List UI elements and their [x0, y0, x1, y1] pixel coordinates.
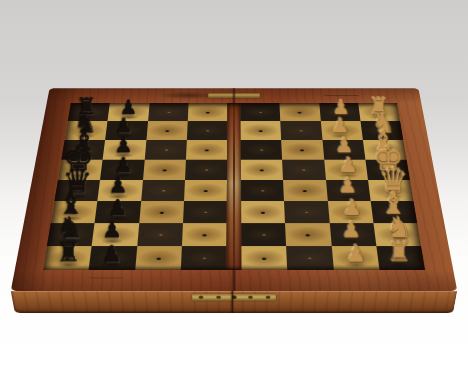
square-f3[interactable] — [281, 140, 323, 160]
white-pawn-glyph: ♟ — [332, 242, 380, 265]
square-f2[interactable] — [322, 140, 365, 160]
square-e5[interactable] — [185, 160, 227, 180]
box-top-face: ♜♟♟♜♞♟♟♞♝♟♟♝♚♟♟♚♛♟♟♛♝♟♟♝♞♟♟♞♜♟♟♜ — [11, 88, 458, 291]
chess-box: ♜♟♟♜♞♟♟♞♝♟♟♝♚♟♟♚♛♟♟♛♝♟♟♝♞♟♟♞♜♟♟♜ — [11, 88, 458, 291]
box-front-face — [11, 291, 458, 313]
square-h4[interactable] — [240, 103, 280, 121]
white-pawn-glyph: ♟ — [329, 197, 375, 219]
black-pawn-glyph: ♟ — [96, 175, 141, 196]
square-h1[interactable] — [358, 103, 400, 121]
square-g6[interactable] — [146, 121, 188, 140]
black-pawn-glyph: ♟ — [89, 219, 136, 241]
black-pawn-glyph: ♟ — [95, 197, 141, 219]
square-f6[interactable] — [144, 140, 186, 160]
square-h2[interactable] — [319, 103, 360, 121]
square-h8[interactable] — [68, 103, 110, 121]
square-e6[interactable] — [143, 160, 186, 180]
black-rook-glyph: ♜ — [45, 238, 93, 265]
fold-seam-top — [232, 88, 236, 103]
square-f1[interactable] — [363, 140, 407, 160]
square-g7[interactable] — [105, 121, 147, 140]
square-f7[interactable] — [103, 140, 146, 160]
white-rook-glyph: ♜ — [375, 238, 423, 265]
square-f8[interactable] — [61, 140, 105, 160]
square-g1[interactable] — [360, 121, 403, 140]
black-pawn-glyph: ♟ — [89, 242, 137, 265]
white-pawn-glyph: ♟ — [328, 219, 375, 241]
square-g4[interactable] — [241, 121, 282, 140]
square-e4[interactable] — [241, 160, 283, 180]
square-h5[interactable] — [187, 103, 227, 121]
photo-scene: ♜♟♟♜♞♟♟♞♝♟♟♝♚♟♟♚♛♟♟♛♝♟♟♝♞♟♟♞♜♟♟♜ — [0, 0, 468, 382]
square-g3[interactable] — [281, 121, 323, 140]
square-h6[interactable] — [148, 103, 189, 121]
front-hinge-plate — [192, 294, 276, 301]
square-h7[interactable] — [108, 103, 149, 121]
square-g5[interactable] — [187, 121, 228, 140]
square-g8[interactable] — [65, 121, 108, 140]
scratch-mark — [90, 277, 123, 279]
playing-surface: ♜♟♟♜♞♟♟♞♝♟♟♝♚♟♟♚♛♟♟♛♝♟♟♝♞♟♟♞♜♟♟♜ — [43, 103, 425, 270]
square-f5[interactable] — [186, 140, 228, 160]
perspective-wrapper: ♜♟♟♜♞♟♟♞♝♟♟♝♚♟♟♚♛♟♟♛♝♟♟♝♞♟♟♞♜♟♟♜ — [0, 0, 468, 382]
square-f4[interactable] — [241, 140, 283, 160]
square-g2[interactable] — [320, 121, 362, 140]
fold-seam-bottom — [232, 270, 236, 291]
square-h3[interactable] — [280, 103, 321, 121]
white-pawn-glyph: ♟ — [325, 175, 370, 196]
square-e3[interactable] — [282, 160, 325, 180]
